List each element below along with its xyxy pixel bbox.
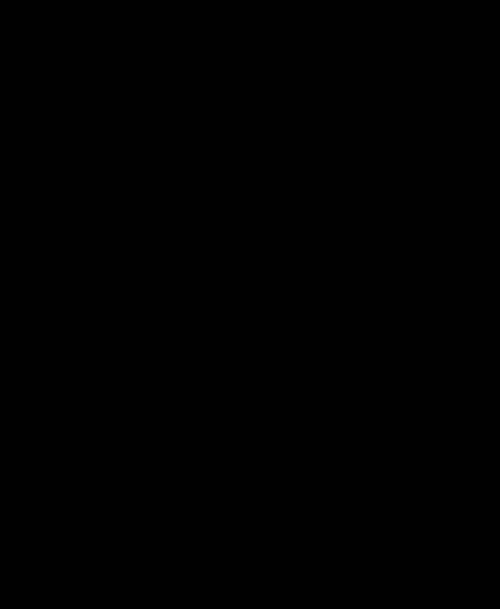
board-squares bbox=[0, 57, 500, 563]
chess-board bbox=[0, 54, 500, 566]
board-edge-bottom bbox=[0, 563, 500, 566]
app-background bbox=[0, 0, 500, 609]
